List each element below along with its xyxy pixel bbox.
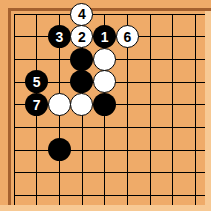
move-number: 1 — [101, 30, 109, 44]
go-board-diagram: 4321657 — [0, 0, 211, 211]
move-number: 5 — [33, 75, 41, 89]
move-number: 4 — [78, 7, 86, 21]
stone-f18-white-move-6: 6 — [116, 25, 139, 48]
stone-e16-white — [93, 70, 116, 93]
stone-b16-black-move-5: 5 — [25, 70, 48, 93]
move-number: 2 — [78, 30, 86, 44]
move-number: 6 — [123, 30, 131, 44]
stone-d19-white-move-4: 4 — [70, 3, 93, 26]
stone-d16-black — [70, 70, 93, 93]
move-number: 3 — [55, 30, 63, 44]
stone-e17-white — [93, 48, 116, 71]
stone-c18-black-move-3: 3 — [48, 25, 71, 48]
stone-d18-white-move-2: 2 — [70, 25, 93, 48]
stone-e18-black-move-1: 1 — [93, 25, 116, 48]
stone-c13-black — [48, 138, 71, 161]
stone-c15-white — [48, 93, 71, 116]
stone-d15-white — [70, 93, 93, 116]
stone-b15-black-move-7: 7 — [25, 93, 48, 116]
stone-d17-black — [70, 48, 93, 71]
stones-layer: 4321657 — [3, 3, 207, 207]
move-number: 7 — [33, 98, 41, 112]
stone-e15-black — [93, 93, 116, 116]
